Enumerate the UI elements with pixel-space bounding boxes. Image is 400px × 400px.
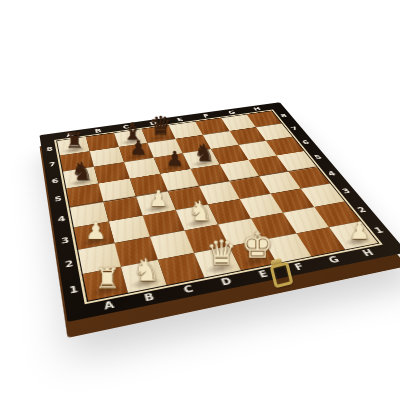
white-knight[interactable]: ♞: [188, 198, 212, 225]
black-pawn[interactable]: ♟: [129, 138, 147, 158]
black-knight[interactable]: ♞: [71, 159, 93, 184]
white-king[interactable]: ♚: [241, 227, 274, 264]
square-a3[interactable]: ♟: [74, 222, 115, 250]
white-knight[interactable]: ♞: [133, 255, 161, 286]
square-a6[interactable]: ♞: [63, 167, 98, 189]
white-pawn[interactable]: ♟: [349, 220, 370, 244]
chess-set-photo: ABCDEFGH ABCDEFGH 87654321 87654321 ♜♝♛♟…: [0, 0, 400, 400]
black-pawn[interactable]: ♟: [166, 149, 184, 169]
folding-chess-board: ABCDEFGH ABCDEFGH 87654321 87654321 ♜♝♛♟…: [40, 102, 400, 322]
white-queen[interactable]: ♛: [206, 236, 237, 271]
black-queen[interactable]: ♛: [149, 113, 172, 139]
square-c4[interactable]: ♟: [136, 191, 176, 216]
white-pawn[interactable]: ♟: [148, 188, 168, 210]
square-c6[interactable]: [124, 158, 160, 179]
board-frame: ABCDEFGH ABCDEFGH 87654321 87654321 ♜♝♛♟…: [40, 102, 400, 322]
black-knight[interactable]: ♞: [194, 141, 215, 165]
white-rook[interactable]: ♜: [94, 265, 120, 294]
white-pawn[interactable]: ♟: [85, 220, 106, 244]
black-rook[interactable]: ♜: [65, 130, 84, 151]
